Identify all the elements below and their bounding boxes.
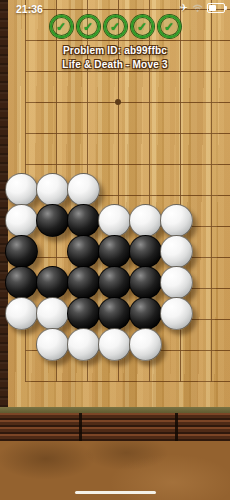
app-screen: 21:36 ✈ ✓✓✓✓✓ Problem ID: ab99ffbc Life … (0, 0, 230, 500)
progress-checkmarks: ✓✓✓✓✓ (0, 15, 230, 38)
black-stone (36, 266, 69, 299)
black-stone (129, 235, 162, 268)
slat-tray (0, 413, 230, 441)
solved-check-icon: ✓ (50, 15, 73, 38)
mode-text: Life & Death - Move 3 (0, 59, 230, 70)
home-indicator[interactable] (75, 491, 156, 494)
airplane-icon: ✈ (180, 3, 188, 13)
white-stone (67, 173, 100, 206)
white-stone (36, 297, 69, 330)
slat-divider (175, 413, 178, 441)
wifi-icon (192, 4, 203, 12)
battery-icon (207, 3, 225, 13)
black-stone (67, 204, 100, 237)
white-stone (36, 173, 69, 206)
white-stone (160, 204, 193, 237)
slat-divider (79, 413, 82, 441)
black-stone (98, 266, 131, 299)
white-stone (36, 328, 69, 361)
white-stone (5, 173, 38, 206)
black-stone (67, 266, 100, 299)
white-stone (67, 328, 100, 361)
black-stone (67, 235, 100, 268)
black-stone (5, 235, 38, 268)
white-stone (160, 266, 193, 299)
black-stone (129, 297, 162, 330)
solved-check-icon: ✓ (131, 15, 154, 38)
clock: 21:36 (16, 3, 43, 15)
black-stone (36, 204, 69, 237)
white-stone (160, 235, 193, 268)
problem-id-text: Problem ID: ab99ffbc (0, 45, 230, 56)
white-stone (129, 204, 162, 237)
star-point (115, 99, 121, 105)
solved-check-icon: ✓ (77, 15, 100, 38)
black-stone (98, 297, 131, 330)
black-stone (129, 266, 162, 299)
white-stone (98, 328, 131, 361)
white-stone (5, 204, 38, 237)
black-stone (5, 266, 38, 299)
white-stone (129, 328, 162, 361)
solved-check-icon: ✓ (104, 15, 127, 38)
solved-check-icon: ✓ (158, 15, 181, 38)
white-stone (5, 297, 38, 330)
white-stone (160, 297, 193, 330)
white-stone (98, 204, 131, 237)
black-stone (98, 235, 131, 268)
black-stone (67, 297, 100, 330)
